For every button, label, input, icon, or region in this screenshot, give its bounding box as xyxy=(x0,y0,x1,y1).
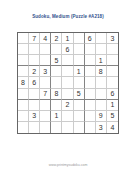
sudoku-cell-r9c1 xyxy=(18,122,29,133)
sudoku-cell-r4c3: 3 xyxy=(40,66,51,77)
sudoku-cell-r8c3 xyxy=(40,111,51,122)
sudoku-cell-r2c9 xyxy=(107,44,118,55)
sudoku-cell-r3c7 xyxy=(85,55,96,66)
sudoku-cell-r1c3: 4 xyxy=(40,33,51,44)
sudoku-cell-r2c7 xyxy=(85,44,96,55)
sudoku-cell-r2c6 xyxy=(74,44,85,55)
sudoku-cell-r4c7 xyxy=(85,66,96,77)
sudoku-cell-r4c8: 8 xyxy=(96,66,107,77)
sudoku-cell-r6c8 xyxy=(96,89,107,100)
sudoku-cell-r1c8 xyxy=(96,33,107,44)
sudoku-cell-r1c7: 6 xyxy=(85,33,96,44)
sudoku-cell-r5c4 xyxy=(51,77,62,88)
sudoku-cell-r7c3 xyxy=(40,100,51,111)
sudoku-cell-r9c7 xyxy=(85,122,96,133)
sudoku-cell-r5c5 xyxy=(62,77,73,88)
sudoku-cell-r5c8 xyxy=(96,77,107,88)
sudoku-cell-r3c8: 1 xyxy=(96,55,107,66)
sudoku-cell-r2c5: 6 xyxy=(62,44,73,55)
sudoku-cell-r7c5: 2 xyxy=(62,100,73,111)
sudoku-cell-r8c9: 5 xyxy=(107,111,118,122)
sudoku-cell-r2c1 xyxy=(18,44,29,55)
sudoku-cell-r8c7 xyxy=(85,111,96,122)
sudoku-cell-r1c5: 1 xyxy=(62,33,73,44)
sudoku-cell-r3c6 xyxy=(74,55,85,66)
sudoku-cell-r5c2: 6 xyxy=(29,77,40,88)
sudoku-cell-r7c1 xyxy=(18,100,29,111)
sudoku-cell-r5c1: 8 xyxy=(18,77,29,88)
sudoku-cell-r1c9: 3 xyxy=(107,33,118,44)
sudoku-cell-r8c2: 3 xyxy=(29,111,40,122)
sudoku-cell-r4c5 xyxy=(62,66,73,77)
sudoku-cell-r9c6 xyxy=(74,122,85,133)
sudoku-cell-r6c7 xyxy=(85,89,96,100)
sudoku-cell-r8c1 xyxy=(18,111,29,122)
sudoku-cell-r3c1 xyxy=(18,55,29,66)
sudoku-cell-r3c5 xyxy=(62,55,73,66)
sudoku-cell-r3c4: 5 xyxy=(51,55,62,66)
sudoku-cell-r4c6: 1 xyxy=(74,66,85,77)
sudoku-cell-r4c4 xyxy=(51,66,62,77)
sudoku-cell-r9c3 xyxy=(40,122,51,133)
sudoku-cell-r9c9: 4 xyxy=(107,122,118,133)
sudoku-cell-r8c4: 1 xyxy=(51,111,62,122)
sudoku-cell-r9c5 xyxy=(62,122,73,133)
sudoku-cell-r1c1 xyxy=(18,33,29,44)
sudoku-cell-r1c6 xyxy=(74,33,85,44)
sudoku-cell-r7c2 xyxy=(29,100,40,111)
sudoku-cell-r4c1 xyxy=(18,66,29,77)
footer-url: www.printmysudoku.com xyxy=(0,163,136,167)
sudoku-cell-r5c6 xyxy=(74,77,85,88)
sudoku-cell-r9c8: 3 xyxy=(96,122,107,133)
sudoku-cell-r1c2: 7 xyxy=(29,33,40,44)
sudoku-cell-r2c4 xyxy=(51,44,62,55)
sudoku-grid: 742163651231886785621319534 xyxy=(17,32,119,134)
sudoku-cell-r4c9 xyxy=(107,66,118,77)
sudoku-cell-r7c9: 1 xyxy=(107,100,118,111)
sudoku-cell-r6c4: 8 xyxy=(51,89,62,100)
sudoku-cell-r5c7 xyxy=(85,77,96,88)
puzzle-title: Sudoku, Medium (Puzzle #A218) xyxy=(0,14,136,19)
sudoku-cell-r6c9: 6 xyxy=(107,89,118,100)
sudoku-cell-r3c9 xyxy=(107,55,118,66)
sudoku-cell-r1c4: 2 xyxy=(51,33,62,44)
sudoku-cell-r2c3 xyxy=(40,44,51,55)
sudoku-cell-r4c2: 2 xyxy=(29,66,40,77)
sudoku-cell-r8c5 xyxy=(62,111,73,122)
sudoku-cell-r9c2 xyxy=(29,122,40,133)
sudoku-cell-r6c5 xyxy=(62,89,73,100)
sudoku-cell-r6c1 xyxy=(18,89,29,100)
sudoku-cell-r2c8 xyxy=(96,44,107,55)
sudoku-cell-r6c6: 5 xyxy=(74,89,85,100)
sudoku-cell-r6c2 xyxy=(29,89,40,100)
sudoku-cell-r5c3 xyxy=(40,77,51,88)
sudoku-cell-r6c3: 7 xyxy=(40,89,51,100)
sudoku-cell-r3c2 xyxy=(29,55,40,66)
sudoku-cell-r8c8: 9 xyxy=(96,111,107,122)
sudoku-cell-r7c7 xyxy=(85,100,96,111)
sudoku-cell-r5c9 xyxy=(107,77,118,88)
sudoku-cell-r8c6 xyxy=(74,111,85,122)
sudoku-cell-r7c6 xyxy=(74,100,85,111)
sudoku-cell-r9c4 xyxy=(51,122,62,133)
sudoku-cell-r2c2 xyxy=(29,44,40,55)
sudoku-cell-r7c4 xyxy=(51,100,62,111)
sudoku-cell-r3c3 xyxy=(40,55,51,66)
sudoku-cell-r7c8 xyxy=(96,100,107,111)
